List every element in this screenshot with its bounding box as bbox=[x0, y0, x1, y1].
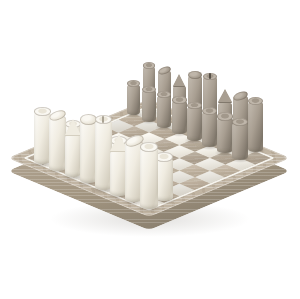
piece-top-cap bbox=[142, 86, 156, 93]
bishop-cone-top bbox=[173, 74, 185, 86]
bishop-cone-top bbox=[218, 89, 232, 102]
piece-cylinder-body bbox=[217, 117, 233, 154]
piece-gray-pawn[interactable] bbox=[232, 122, 248, 160]
piece-cylinder-body bbox=[172, 100, 186, 134]
piece-cylinder-body bbox=[34, 112, 50, 165]
piece-white-rook[interactable] bbox=[34, 112, 50, 165]
piece-cylinder-body bbox=[187, 106, 202, 141]
piece-top-cap bbox=[34, 107, 50, 115]
piece-cylinder-body bbox=[142, 89, 156, 121]
piece-white-rook[interactable] bbox=[140, 147, 159, 209]
piece-gray-pawn[interactable] bbox=[202, 111, 217, 147]
piece-gray-rook[interactable] bbox=[248, 101, 263, 151]
piece-cylinder-body bbox=[127, 84, 140, 115]
piece-cylinder-body bbox=[157, 95, 171, 128]
piece-top-cap bbox=[172, 96, 186, 103]
king-slot bbox=[209, 73, 211, 79]
piece-gray-pawn[interactable] bbox=[142, 89, 156, 121]
piece-top-cap bbox=[188, 71, 202, 80]
piece-gray-pawn[interactable] bbox=[127, 84, 140, 115]
piece-gray-pawn[interactable] bbox=[217, 117, 233, 154]
piece-cylinder-body bbox=[248, 101, 263, 151]
piece-gray-pawn[interactable] bbox=[187, 106, 202, 141]
piece-cylinder-body bbox=[202, 111, 217, 147]
piece-cylinder-body bbox=[232, 122, 248, 160]
chess-set-photo bbox=[0, 0, 300, 299]
piece-gray-pawn[interactable] bbox=[157, 95, 171, 128]
pieces-layer bbox=[0, 0, 300, 299]
bishop-cone-top bbox=[65, 119, 81, 135]
piece-top-cap bbox=[217, 112, 233, 120]
piece-cylinder-body bbox=[140, 147, 159, 209]
piece-gray-pawn[interactable] bbox=[172, 100, 186, 134]
